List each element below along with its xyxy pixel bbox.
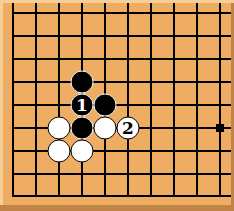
move-number-label-1: 1 [76,96,88,114]
grid-line-vertical-2 [35,3,37,197]
stone-white-E4 [94,117,117,140]
stone-black-D5: 1 [71,94,94,117]
board-bevel-right [231,0,234,211]
grid-line-vertical-10 [219,3,221,197]
star-point-hoshi-K4 [216,124,224,132]
move-number-label-2: 2 [122,119,134,137]
grid-line-horizontal-3 [12,150,231,152]
stone-white-D3 [71,140,94,163]
grid-line-horizontal-5 [12,104,231,106]
stone-black-D4 [71,117,94,140]
board-bevel-bottom [0,205,234,211]
grid-line-horizontal-8 [12,35,231,37]
board-bevel-left [0,0,3,211]
board-bevel-top [0,0,234,3]
grid-line-horizontal-9 [12,12,231,14]
grid-line-vertical-9 [196,3,198,197]
go-board-diagram: 12 [0,0,234,211]
grid-line-vertical-7 [150,3,152,197]
stone-white-C4 [48,117,71,140]
grid-line-vertical-1 [12,3,14,197]
grid-line-horizontal-6 [12,81,231,83]
grid-line-vertical-3 [58,3,60,197]
stone-black-D6 [71,71,94,94]
grid-line-horizontal-7 [12,58,231,60]
stone-black-E5 [94,94,117,117]
grid-line-vertical-8 [173,3,175,197]
stone-white-C3 [48,140,71,163]
grid-line-horizontal-2 [12,173,231,175]
grid-line-vertical-6 [127,3,129,197]
stone-white-F4: 2 [117,117,140,140]
grid-line-horizontal-1 [12,195,231,197]
